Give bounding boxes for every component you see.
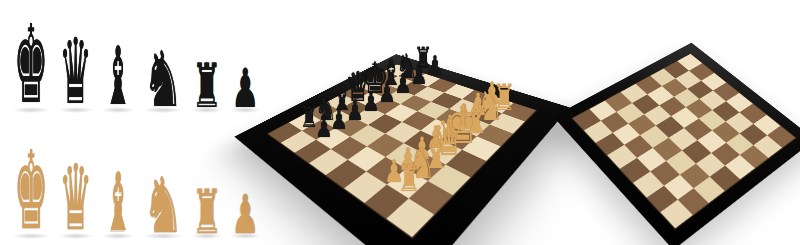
board-grid <box>573 54 796 228</box>
chess-products-collage: ♚♛♝♞♜♟ ♚♛♝♞♜♟ ♜♞♝♛♚♝♞♜♟♟♟♟♟♟♟♟♟♟♟♟♟♟♟♟♜♞… <box>0 0 800 245</box>
bishop-icon: ♝ <box>104 40 133 114</box>
piece-ebony-queen: ♛ <box>54 4 97 114</box>
piece-boxwood-knight: ♞ <box>139 132 187 240</box>
rook-icon: ♜ <box>192 58 222 114</box>
knight-icon: ♞ <box>143 169 184 240</box>
walnut-board-empty <box>553 43 800 245</box>
piece-black-p: ♟ <box>426 52 443 79</box>
rook-icon: ♜ <box>192 184 222 240</box>
piece-black-p: ♟ <box>394 70 411 97</box>
piece-ebony-king: ♚ <box>8 4 54 114</box>
queen-icon: ♛ <box>59 31 92 114</box>
piece-boxwood-queen: ♛ <box>54 132 97 240</box>
chess-set-on-board-photo[interactable]: ♜♞♝♛♚♝♞♜♟♟♟♟♟♟♟♟♟♟♟♟♟♟♟♟♜♞♝♛♚♝♞♜ <box>256 20 548 242</box>
piece-boxwood-rook: ♜ <box>188 132 227 240</box>
queen-icon: ♛ <box>59 157 92 240</box>
ebony-pieces-photo[interactable]: ♚♛♝♞♜♟ <box>8 4 264 114</box>
piece-black-p: ♟ <box>410 61 427 88</box>
piece-ebony-rook: ♜ <box>188 4 227 114</box>
king-icon: ♚ <box>14 14 48 114</box>
piece-boxwood-king: ♚ <box>8 132 54 240</box>
knight-icon: ♞ <box>143 43 184 114</box>
empty-board-photo[interactable] <box>568 18 800 238</box>
piece-ebony-bishop: ♝ <box>98 4 139 114</box>
piece-ebony-knight: ♞ <box>139 4 187 114</box>
bishop-icon: ♝ <box>104 166 133 240</box>
boxwood-pieces-photo[interactable]: ♚♛♝♞♜♟ <box>8 132 264 240</box>
piece-black-p: ♟ <box>378 79 395 106</box>
pieces-layer: ♜♞♝♛♚♝♞♜♟♟♟♟♟♟♟♟♟♟♟♟♟♟♟♟♜♞♝♛♚♝♞♜ <box>256 20 548 242</box>
king-icon: ♚ <box>14 140 48 240</box>
piece-white-r: ♜ <box>492 80 515 116</box>
piece-boxwood-bishop: ♝ <box>98 132 139 240</box>
